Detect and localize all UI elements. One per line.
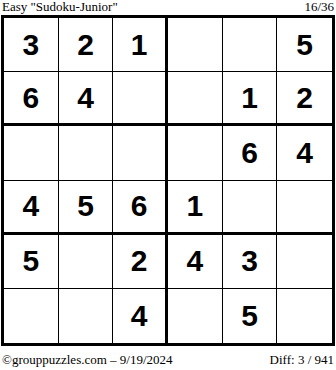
cell-r6c3[interactable]: 4: [113, 289, 168, 343]
header: Easy "Sudoku-Junior" 16/36: [2, 0, 334, 14]
cell-r2c2[interactable]: 4: [59, 72, 114, 126]
cell-r1c3[interactable]: 1: [113, 18, 168, 72]
cell-r3c1[interactable]: [4, 126, 59, 180]
copyright-text: ©grouppuzzles.com – 9/19/2024: [2, 352, 173, 367]
cell-r4c4[interactable]: 1: [168, 181, 223, 235]
puzzle-page: Easy "Sudoku-Junior" 16/36 3215641264456…: [0, 0, 336, 370]
cell-r2c6[interactable]: 2: [277, 72, 332, 126]
sudoku-junior-board: 32156412644561524345: [1, 15, 335, 346]
difficulty-text: Diff: 3 / 941: [270, 352, 334, 367]
cell-r6c2[interactable]: [59, 289, 114, 343]
footer: ©grouppuzzles.com – 9/19/2024 Diff: 3 / …: [2, 352, 334, 367]
cell-r5c1[interactable]: 5: [4, 235, 59, 289]
cell-r3c3[interactable]: [113, 126, 168, 180]
cell-r6c4[interactable]: [168, 289, 223, 343]
cell-r1c2[interactable]: 2: [59, 18, 114, 72]
cell-r1c5[interactable]: [223, 18, 278, 72]
page-title: Easy "Sudoku-Junior": [2, 0, 118, 14]
cell-r2c4[interactable]: [168, 72, 223, 126]
cell-r2c1[interactable]: 6: [4, 72, 59, 126]
cell-r1c6[interactable]: 5: [277, 18, 332, 72]
cell-r2c5[interactable]: 1: [223, 72, 278, 126]
cell-r2c3[interactable]: [113, 72, 168, 126]
cell-r5c6[interactable]: [277, 235, 332, 289]
cell-r3c2[interactable]: [59, 126, 114, 180]
cell-r1c4[interactable]: [168, 18, 223, 72]
cell-r3c6[interactable]: 4: [277, 126, 332, 180]
cell-r6c5[interactable]: 5: [223, 289, 278, 343]
cell-r3c4[interactable]: [168, 126, 223, 180]
cell-r1c1[interactable]: 3: [4, 18, 59, 72]
cell-r4c3[interactable]: 6: [113, 181, 168, 235]
cell-r3c5[interactable]: 6: [223, 126, 278, 180]
cell-r4c6[interactable]: [277, 181, 332, 235]
cell-r4c1[interactable]: 4: [4, 181, 59, 235]
cell-r4c2[interactable]: 5: [59, 181, 114, 235]
cell-r5c3[interactable]: 2: [113, 235, 168, 289]
cell-r6c1[interactable]: [4, 289, 59, 343]
page-counter: 16/36: [304, 0, 334, 14]
cell-r5c4[interactable]: 4: [168, 235, 223, 289]
cell-r6c6[interactable]: [277, 289, 332, 343]
cell-r4c5[interactable]: [223, 181, 278, 235]
cell-r5c2[interactable]: [59, 235, 114, 289]
cell-r5c5[interactable]: 3: [223, 235, 278, 289]
